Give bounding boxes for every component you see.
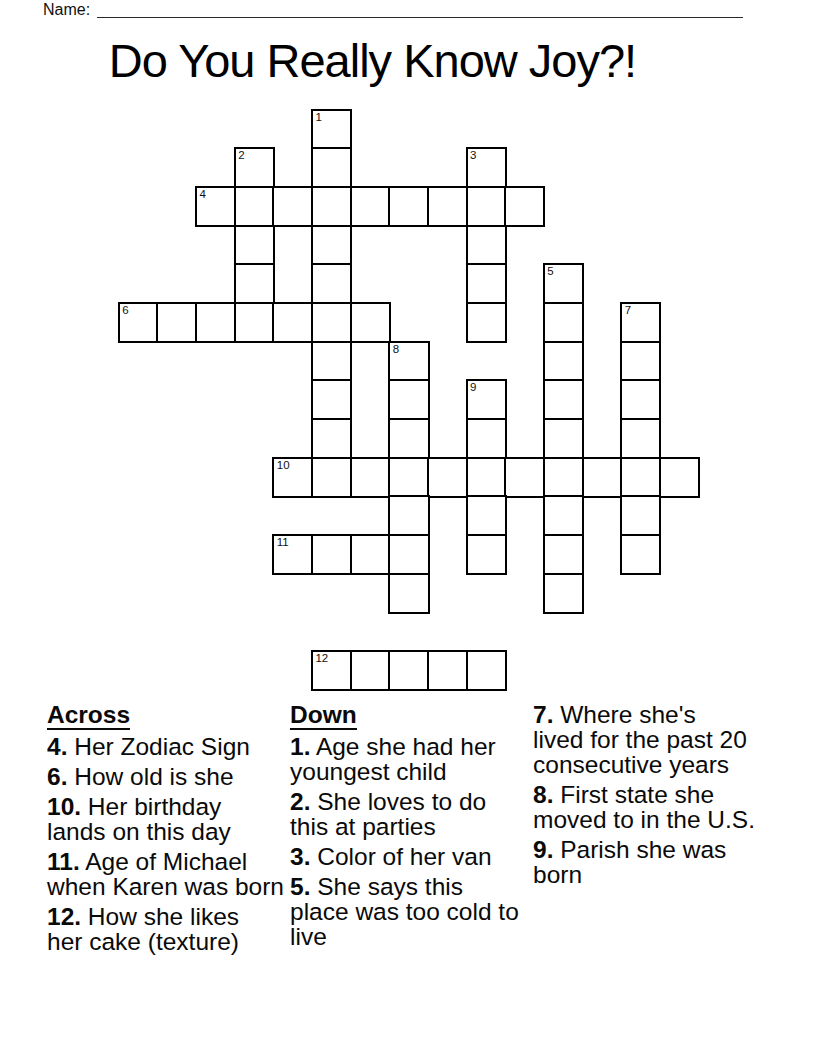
worksheet-page: Name: Do You Really Know Joy?! 123456789… [0, 0, 816, 1056]
grid-cell[interactable] [620, 379, 661, 420]
grid-cell[interactable] [350, 457, 391, 498]
clue-list-header: Down [290, 702, 536, 727]
grid-cell[interactable] [311, 225, 352, 266]
grid-cell[interactable] [388, 418, 429, 459]
grid-cell[interactable] [234, 186, 275, 227]
grid-cell[interactable] [504, 457, 545, 498]
clue-3: 3. Color of her van [290, 844, 536, 869]
clue-number-label: 8. [533, 781, 553, 808]
grid-cell[interactable] [466, 263, 507, 304]
grid-cell[interactable] [234, 263, 275, 304]
clue-number: 6 [122, 304, 128, 317]
grid-cell[interactable] [388, 186, 429, 227]
grid-cell[interactable] [156, 302, 197, 343]
grid-cell[interactable] [272, 186, 313, 227]
grid-cell[interactable] [620, 495, 661, 536]
clue-5: 5. She says thisplace was too cold toliv… [290, 874, 536, 949]
clue-12: 12. How she likesher cake (texture) [47, 904, 289, 954]
grid-cell[interactable] [350, 534, 391, 575]
grid-cell[interactable]: 1 [311, 109, 352, 150]
grid-cell[interactable] [543, 379, 584, 420]
grid-cell[interactable] [350, 186, 391, 227]
clue-number-label: 7. [533, 701, 553, 728]
clue-number: 12 [315, 652, 328, 665]
grid-cell[interactable] [543, 302, 584, 343]
grid-cell[interactable] [466, 186, 507, 227]
grid-cell[interactable]: 4 [195, 186, 236, 227]
grid-cell[interactable] [466, 650, 507, 691]
clue-11: 11. Age of Michaelwhen Karen was born [47, 849, 289, 899]
grid-cell[interactable] [620, 341, 661, 382]
grid-cell[interactable] [311, 534, 352, 575]
down-clues-column: Down1. Age she had heryoungest child2. S… [290, 702, 536, 954]
grid-cell[interactable] [311, 379, 352, 420]
grid-cell[interactable] [388, 573, 429, 614]
grid-cell[interactable] [311, 263, 352, 304]
grid-cell[interactable] [620, 457, 661, 498]
clue-10: 10. Her birthdaylands on this day [47, 794, 289, 844]
grid-cell[interactable] [504, 186, 545, 227]
clue-number: 10 [277, 459, 290, 472]
down-clues-column-continued: 7. Where she'slived for the past 20conse… [533, 702, 771, 892]
grid-cell[interactable] [543, 418, 584, 459]
grid-cell[interactable] [466, 302, 507, 343]
clue-number-label: 12. [47, 903, 81, 930]
grid-cell[interactable]: 9 [466, 379, 507, 420]
clue-number-label: 2. [290, 788, 310, 815]
grid-cell[interactable] [427, 650, 468, 691]
grid-cell[interactable] [466, 495, 507, 536]
grid-cell[interactable]: 7 [620, 302, 661, 343]
grid-cell[interactable] [466, 418, 507, 459]
clue-number: 8 [393, 343, 399, 356]
grid-cell[interactable] [388, 650, 429, 691]
clue-8: 8. First state shemoved to in the U.S. [533, 782, 771, 832]
grid-cell[interactable] [195, 302, 236, 343]
clue-number: 7 [625, 304, 631, 317]
grid-cell[interactable] [427, 186, 468, 227]
crossword-grid: 123456789101112 [0, 0, 816, 700]
clue-number-label: 4. [47, 733, 67, 760]
clue-number-label: 10. [47, 793, 81, 820]
grid-cell[interactable] [234, 225, 275, 266]
grid-cell[interactable] [234, 302, 275, 343]
grid-cell[interactable] [388, 534, 429, 575]
grid-cell[interactable] [350, 302, 391, 343]
grid-cell[interactable] [388, 379, 429, 420]
clue-4: 4. Her Zodiac Sign [47, 734, 289, 759]
grid-cell[interactable] [466, 225, 507, 266]
grid-cell[interactable] [466, 534, 507, 575]
grid-cell[interactable] [582, 457, 623, 498]
grid-cell[interactable] [543, 573, 584, 614]
grid-cell[interactable] [311, 186, 352, 227]
grid-cell[interactable] [543, 534, 584, 575]
clue-6: 6. How old is she [47, 764, 289, 789]
grid-cell[interactable] [388, 495, 429, 536]
grid-cell[interactable] [427, 457, 468, 498]
clue-number: 1 [315, 111, 321, 124]
grid-cell[interactable] [388, 457, 429, 498]
grid-cell[interactable]: 10 [272, 457, 313, 498]
clue-number: 9 [470, 381, 476, 394]
grid-cell[interactable] [311, 418, 352, 459]
clue-number-label: 11. [47, 848, 80, 875]
clue-number: 5 [547, 265, 553, 278]
grid-cell[interactable]: 2 [234, 147, 275, 188]
grid-cell[interactable] [350, 650, 391, 691]
clue-number-label: 3. [290, 843, 310, 870]
clue-1: 1. Age she had heryoungest child [290, 734, 536, 784]
grid-cell[interactable]: 5 [543, 263, 584, 304]
clue-number: 4 [200, 188, 206, 201]
grid-cell[interactable] [311, 341, 352, 382]
grid-cell[interactable] [543, 341, 584, 382]
grid-cell[interactable] [620, 418, 661, 459]
grid-cell[interactable] [311, 147, 352, 188]
grid-cell[interactable] [311, 457, 352, 498]
clue-2: 2. She loves to dothis at parties [290, 789, 536, 839]
clue-9: 9. Parish she wasborn [533, 837, 771, 887]
grid-cell[interactable] [543, 495, 584, 536]
clue-number: 3 [470, 149, 476, 162]
grid-cell[interactable]: 3 [466, 147, 507, 188]
clue-number: 2 [238, 149, 244, 162]
across-clues-column: Across4. Her Zodiac Sign6. How old is sh… [47, 702, 289, 959]
grid-cell[interactable]: 11 [272, 534, 313, 575]
grid-cell[interactable] [272, 302, 313, 343]
grid-cell[interactable] [620, 534, 661, 575]
grid-cell[interactable]: 8 [388, 341, 429, 382]
grid-cell[interactable]: 12 [311, 650, 352, 691]
clue-number-label: 6. [47, 763, 67, 790]
grid-cell[interactable] [659, 457, 700, 498]
grid-cell[interactable] [311, 302, 352, 343]
clue-number-label: 5. [290, 873, 310, 900]
clue-list-header: Across [47, 702, 289, 727]
clue-number: 11 [277, 536, 289, 549]
grid-cell[interactable] [466, 457, 507, 498]
clue-7: 7. Where she'slived for the past 20conse… [533, 702, 771, 777]
clue-number-label: 1. [290, 733, 310, 760]
clue-number-label: 9. [533, 836, 553, 863]
grid-cell[interactable] [543, 457, 584, 498]
grid-cell[interactable]: 6 [118, 302, 159, 343]
